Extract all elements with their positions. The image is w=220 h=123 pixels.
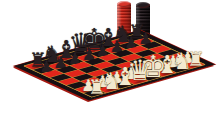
chess-piece-glyph: ♜ [88,78,106,97]
chess-board-frame: ♜♞♝♛♚♝♞♜♟♟♟♟♟♟♟♟♟♟♟♟♟♟♟♟♜♞♝♛♚♝♞♜ [14,30,215,101]
black-checkers-stack-top [136,2,150,8]
chess-set-product-photo: ♜♞♝♛♚♝♞♜♟♟♟♟♟♟♟♟♟♟♟♟♟♟♟♟♜♞♝♛♚♝♞♜ [0,0,220,123]
red-checkers-stack-top [117,1,131,7]
chess-board-grid: ♜♞♝♛♚♝♞♜♟♟♟♟♟♟♟♟♟♟♟♟♟♟♟♟♜♞♝♛♚♝♞♜ [23,33,205,97]
